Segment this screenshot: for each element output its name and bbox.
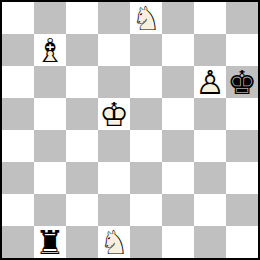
square-a4[interactable] [2, 130, 34, 162]
square-c6[interactable] [66, 66, 98, 98]
square-c2[interactable] [66, 194, 98, 226]
square-g8[interactable] [194, 2, 226, 34]
square-h5[interactable] [226, 98, 258, 130]
square-e6[interactable] [130, 66, 162, 98]
piece-black-rook: ♜ [34, 226, 66, 258]
square-d1[interactable]: ♞♘ [98, 226, 130, 258]
square-h7[interactable] [226, 34, 258, 66]
square-c8[interactable] [66, 2, 98, 34]
white-king-outline: ♔ [98, 98, 130, 130]
square-e7[interactable] [130, 34, 162, 66]
square-h3[interactable] [226, 162, 258, 194]
square-b6[interactable] [34, 66, 66, 98]
square-d3[interactable] [98, 162, 130, 194]
black-king-glyph: ♚ [226, 66, 258, 98]
square-c4[interactable] [66, 130, 98, 162]
square-h4[interactable] [226, 130, 258, 162]
square-a2[interactable] [2, 194, 34, 226]
square-a7[interactable] [2, 34, 34, 66]
white-knight-outline: ♘ [98, 226, 130, 258]
square-d5[interactable]: ♚♔ [98, 98, 130, 130]
square-f3[interactable] [162, 162, 194, 194]
white-bishop-outline: ♗ [34, 34, 66, 66]
square-e1[interactable] [130, 226, 162, 258]
square-c3[interactable] [66, 162, 98, 194]
square-f7[interactable] [162, 34, 194, 66]
piece-white-knight: ♞♘ [98, 226, 130, 258]
square-d4[interactable] [98, 130, 130, 162]
square-g6[interactable]: ♟♙ [194, 66, 226, 98]
square-f8[interactable] [162, 2, 194, 34]
square-g3[interactable] [194, 162, 226, 194]
square-g5[interactable] [194, 98, 226, 130]
square-d7[interactable] [98, 34, 130, 66]
square-e8[interactable]: ♞♘ [130, 2, 162, 34]
square-b8[interactable] [34, 2, 66, 34]
square-f2[interactable] [162, 194, 194, 226]
square-e3[interactable] [130, 162, 162, 194]
square-b2[interactable] [34, 194, 66, 226]
piece-white-king: ♚♔ [98, 98, 130, 130]
square-b7[interactable]: ♝♗ [34, 34, 66, 66]
square-a8[interactable] [2, 2, 34, 34]
chess-board: ♞♘♝♗♟♙♚♚♔♜♞♘ [2, 2, 258, 258]
square-a6[interactable] [2, 66, 34, 98]
chess-board-frame: ♞♘♝♗♟♙♚♚♔♜♞♘ [0, 0, 260, 260]
square-g2[interactable] [194, 194, 226, 226]
square-f5[interactable] [162, 98, 194, 130]
piece-black-king: ♚ [226, 66, 258, 98]
piece-white-bishop: ♝♗ [34, 34, 66, 66]
square-e2[interactable] [130, 194, 162, 226]
square-h2[interactable] [226, 194, 258, 226]
square-g4[interactable] [194, 130, 226, 162]
square-b4[interactable] [34, 130, 66, 162]
white-knight-outline: ♘ [130, 2, 162, 34]
piece-white-pawn: ♟♙ [194, 66, 226, 98]
square-b1[interactable]: ♜ [34, 226, 66, 258]
square-a5[interactable] [2, 98, 34, 130]
square-h6[interactable]: ♚ [226, 66, 258, 98]
square-e4[interactable] [130, 130, 162, 162]
piece-white-knight: ♞♘ [130, 2, 162, 34]
square-f4[interactable] [162, 130, 194, 162]
square-c7[interactable] [66, 34, 98, 66]
white-pawn-outline: ♙ [194, 66, 226, 98]
square-b3[interactable] [34, 162, 66, 194]
square-d2[interactable] [98, 194, 130, 226]
square-a3[interactable] [2, 162, 34, 194]
square-d8[interactable] [98, 2, 130, 34]
square-g7[interactable] [194, 34, 226, 66]
square-h8[interactable] [226, 2, 258, 34]
square-f6[interactable] [162, 66, 194, 98]
black-rook-glyph: ♜ [34, 226, 66, 258]
square-e5[interactable] [130, 98, 162, 130]
square-c5[interactable] [66, 98, 98, 130]
square-h1[interactable] [226, 226, 258, 258]
square-g1[interactable] [194, 226, 226, 258]
square-d6[interactable] [98, 66, 130, 98]
square-b5[interactable] [34, 98, 66, 130]
square-c1[interactable] [66, 226, 98, 258]
square-a1[interactable] [2, 226, 34, 258]
square-f1[interactable] [162, 226, 194, 258]
